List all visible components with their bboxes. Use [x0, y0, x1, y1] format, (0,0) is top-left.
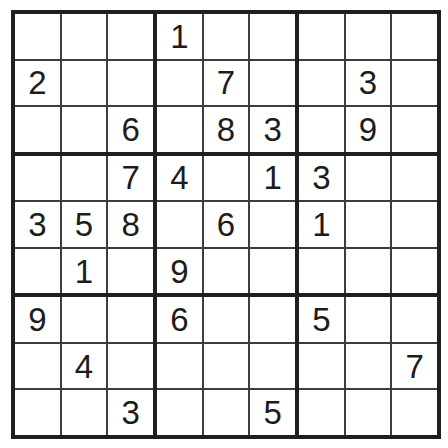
cell-r3c1-empty[interactable]: [15, 107, 60, 152]
sudoku-box-1: 1783: [157, 14, 295, 152]
cell-r5c5-given: 6: [204, 202, 249, 247]
cell-r5c7-given: 1: [299, 202, 344, 247]
cell-r7c4-given: 6: [157, 297, 202, 342]
sudoku-box-8: 57: [299, 297, 437, 435]
cell-r6c6-empty[interactable]: [250, 249, 295, 294]
cell-r9c5-empty[interactable]: [204, 390, 249, 435]
cell-r9c6-given: 5: [250, 390, 295, 435]
cell-r4c6-given: 1: [250, 156, 295, 201]
sudoku-box-3: 73581: [15, 156, 153, 294]
cell-r3c3-given: 6: [108, 107, 153, 152]
cell-r2c9-empty[interactable]: [392, 61, 437, 106]
cell-r6c9-empty[interactable]: [392, 249, 437, 294]
cell-r9c1-empty[interactable]: [15, 390, 60, 435]
cell-r6c8-empty[interactable]: [346, 249, 391, 294]
cell-r2c4-empty[interactable]: [157, 61, 202, 106]
cell-r1c3-empty[interactable]: [108, 14, 153, 59]
sudoku-box-4: 4169: [157, 156, 295, 294]
cell-r7c2-empty[interactable]: [62, 297, 107, 342]
sudoku-box-7: 65: [157, 297, 295, 435]
cell-r8c3-empty[interactable]: [108, 344, 153, 389]
cell-r3c9-empty[interactable]: [392, 107, 437, 152]
cell-r8c4-empty[interactable]: [157, 344, 202, 389]
cell-r6c1-empty[interactable]: [15, 249, 60, 294]
cell-r6c3-empty[interactable]: [108, 249, 153, 294]
cell-r5c8-empty[interactable]: [346, 202, 391, 247]
cell-r8c1-empty[interactable]: [15, 344, 60, 389]
cell-r4c4-given: 4: [157, 156, 202, 201]
cell-r5c2-given: 5: [62, 202, 107, 247]
cell-r3c5-given: 8: [204, 107, 249, 152]
cell-r8c2-given: 4: [62, 344, 107, 389]
cell-r4c5-empty[interactable]: [204, 156, 249, 201]
cell-r3c6-given: 3: [250, 107, 295, 152]
cell-r5c3-given: 8: [108, 202, 153, 247]
cell-r6c5-empty[interactable]: [204, 249, 249, 294]
cell-r5c4-empty[interactable]: [157, 202, 202, 247]
cell-r8c7-empty[interactable]: [299, 344, 344, 389]
sudoku-box-0: 26: [15, 14, 153, 152]
sudoku-box-6: 943: [15, 297, 153, 435]
cell-r9c4-empty[interactable]: [157, 390, 202, 435]
cell-r2c2-empty[interactable]: [62, 61, 107, 106]
cell-r6c2-given: 1: [62, 249, 107, 294]
cell-r9c7-empty[interactable]: [299, 390, 344, 435]
cell-r4c3-given: 7: [108, 156, 153, 201]
cell-r2c6-empty[interactable]: [250, 61, 295, 106]
cell-r1c7-empty[interactable]: [299, 14, 344, 59]
cell-r4c9-empty[interactable]: [392, 156, 437, 201]
cell-r7c9-empty[interactable]: [392, 297, 437, 342]
cell-r7c5-empty[interactable]: [204, 297, 249, 342]
cell-r9c8-empty[interactable]: [346, 390, 391, 435]
cell-r7c1-given: 9: [15, 297, 60, 342]
cell-r1c4-given: 1: [157, 14, 202, 59]
cell-r2c1-given: 2: [15, 61, 60, 106]
cell-r4c7-given: 3: [299, 156, 344, 201]
cell-r1c9-empty[interactable]: [392, 14, 437, 59]
cell-r8c6-empty[interactable]: [250, 344, 295, 389]
cell-r8c8-empty[interactable]: [346, 344, 391, 389]
cell-r2c3-empty[interactable]: [108, 61, 153, 106]
cell-r3c7-empty[interactable]: [299, 107, 344, 152]
cell-r3c4-empty[interactable]: [157, 107, 202, 152]
cell-r1c1-empty[interactable]: [15, 14, 60, 59]
cell-r3c8-given: 9: [346, 107, 391, 152]
cell-r9c2-empty[interactable]: [62, 390, 107, 435]
cell-r6c7-empty[interactable]: [299, 249, 344, 294]
cell-r2c8-given: 3: [346, 61, 391, 106]
cell-r7c7-given: 5: [299, 297, 344, 342]
cell-r1c5-empty[interactable]: [204, 14, 249, 59]
cell-r9c3-given: 3: [108, 390, 153, 435]
cell-r2c5-given: 7: [204, 61, 249, 106]
cell-r4c1-empty[interactable]: [15, 156, 60, 201]
cell-r6c4-given: 9: [157, 249, 202, 294]
cell-r3c2-empty[interactable]: [62, 107, 107, 152]
cell-r5c9-empty[interactable]: [392, 202, 437, 247]
sudoku-box-5: 31: [299, 156, 437, 294]
cell-r7c6-empty[interactable]: [250, 297, 295, 342]
cell-r5c6-empty[interactable]: [250, 202, 295, 247]
cell-r5c1-given: 3: [15, 202, 60, 247]
cell-r4c2-empty[interactable]: [62, 156, 107, 201]
cell-r9c9-empty[interactable]: [392, 390, 437, 435]
cell-r7c3-empty[interactable]: [108, 297, 153, 342]
cell-r7c8-empty[interactable]: [346, 297, 391, 342]
cell-r1c8-empty[interactable]: [346, 14, 391, 59]
cell-r4c8-empty[interactable]: [346, 156, 391, 201]
cell-r1c6-empty[interactable]: [250, 14, 295, 59]
sudoku-box-2: 39: [299, 14, 437, 152]
cell-r8c9-given: 7: [392, 344, 437, 389]
cell-r2c7-empty[interactable]: [299, 61, 344, 106]
cell-r1c2-empty[interactable]: [62, 14, 107, 59]
cell-r8c5-empty[interactable]: [204, 344, 249, 389]
sudoku-board: 26178339735814169319436557: [11, 10, 441, 439]
